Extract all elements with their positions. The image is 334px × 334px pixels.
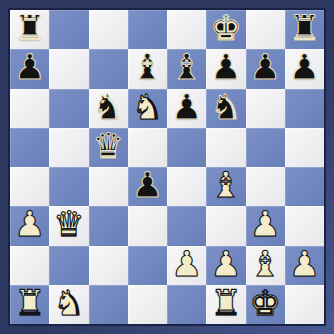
square-c7[interactable] xyxy=(89,49,128,88)
square-f1[interactable]: ♜ xyxy=(206,285,245,324)
white-pawn-piece[interactable]: ♟ xyxy=(14,207,45,242)
square-b5[interactable] xyxy=(49,128,88,167)
square-g4[interactable] xyxy=(246,167,285,206)
white-knight-piece[interactable]: ♞ xyxy=(53,286,84,321)
square-g7[interactable]: ♟ xyxy=(246,49,285,88)
white-bishop-piece[interactable]: ♝ xyxy=(210,168,241,203)
black-king-piece[interactable]: ♚ xyxy=(210,11,241,46)
black-pawn-piece[interactable]: ♟ xyxy=(210,50,241,85)
square-h7[interactable]: ♟ xyxy=(285,49,324,88)
square-a5[interactable] xyxy=(10,128,49,167)
square-b2[interactable] xyxy=(49,246,88,285)
square-e7[interactable]: ♝ xyxy=(167,49,206,88)
square-a3[interactable]: ♟ xyxy=(10,206,49,245)
black-pawn-piece[interactable]: ♟ xyxy=(289,50,320,85)
square-f8[interactable]: ♚ xyxy=(206,10,245,49)
square-g8[interactable] xyxy=(246,10,285,49)
square-c4[interactable] xyxy=(89,167,128,206)
square-e8[interactable] xyxy=(167,10,206,49)
white-knight-piece[interactable]: ♞ xyxy=(132,90,163,125)
square-a1[interactable]: ♜ xyxy=(10,285,49,324)
square-c8[interactable] xyxy=(89,10,128,49)
black-knight-piece[interactable]: ♞ xyxy=(210,90,241,125)
square-f7[interactable]: ♟ xyxy=(206,49,245,88)
black-knight-piece[interactable]: ♞ xyxy=(92,90,123,125)
black-pawn-piece[interactable]: ♟ xyxy=(249,50,280,85)
square-c6[interactable]: ♞ xyxy=(89,89,128,128)
square-f6[interactable]: ♞ xyxy=(206,89,245,128)
square-f3[interactable] xyxy=(206,206,245,245)
square-c3[interactable] xyxy=(89,206,128,245)
square-h1[interactable] xyxy=(285,285,324,324)
square-d3[interactable] xyxy=(128,206,167,245)
chess-board: ♜♚♜♟♝♝♟♟♟♞♞♟♞♛♟♝♟♛♟♟♟♝♟♜♞♜♚ xyxy=(10,10,324,324)
black-pawn-piece[interactable]: ♟ xyxy=(132,168,163,203)
square-g6[interactable] xyxy=(246,89,285,128)
square-a7[interactable]: ♟ xyxy=(10,49,49,88)
black-queen-piece[interactable]: ♛ xyxy=(92,129,123,164)
square-h5[interactable] xyxy=(285,128,324,167)
square-e5[interactable] xyxy=(167,128,206,167)
white-queen-piece[interactable]: ♛ xyxy=(53,207,84,242)
white-king-piece[interactable]: ♚ xyxy=(249,286,280,321)
square-e4[interactable] xyxy=(167,167,206,206)
square-d8[interactable] xyxy=(128,10,167,49)
square-d2[interactable] xyxy=(128,246,167,285)
square-c1[interactable] xyxy=(89,285,128,324)
square-c2[interactable] xyxy=(89,246,128,285)
square-f2[interactable]: ♟ xyxy=(206,246,245,285)
square-h2[interactable]: ♟ xyxy=(285,246,324,285)
square-b8[interactable] xyxy=(49,10,88,49)
square-h8[interactable]: ♜ xyxy=(285,10,324,49)
white-pawn-piece[interactable]: ♟ xyxy=(171,247,202,282)
square-d1[interactable] xyxy=(128,285,167,324)
square-a6[interactable] xyxy=(10,89,49,128)
square-b1[interactable]: ♞ xyxy=(49,285,88,324)
black-pawn-piece[interactable]: ♟ xyxy=(171,90,202,125)
white-pawn-piece[interactable]: ♟ xyxy=(289,247,320,282)
black-rook-piece[interactable]: ♜ xyxy=(289,11,320,46)
black-rook-piece[interactable]: ♜ xyxy=(14,11,45,46)
board-frame: ♜♚♜♟♝♝♟♟♟♞♞♟♞♛♟♝♟♛♟♟♟♝♟♜♞♜♚ xyxy=(0,0,334,334)
square-d6[interactable]: ♞ xyxy=(128,89,167,128)
white-pawn-piece[interactable]: ♟ xyxy=(249,207,280,242)
square-e2[interactable]: ♟ xyxy=(167,246,206,285)
square-g3[interactable]: ♟ xyxy=(246,206,285,245)
square-e3[interactable] xyxy=(167,206,206,245)
square-f5[interactable] xyxy=(206,128,245,167)
square-b3[interactable]: ♛ xyxy=(49,206,88,245)
square-c5[interactable]: ♛ xyxy=(89,128,128,167)
square-g1[interactable]: ♚ xyxy=(246,285,285,324)
square-b4[interactable] xyxy=(49,167,88,206)
square-b6[interactable] xyxy=(49,89,88,128)
white-bishop-piece[interactable]: ♝ xyxy=(249,247,280,282)
white-pawn-piece[interactable]: ♟ xyxy=(210,247,241,282)
square-f4[interactable]: ♝ xyxy=(206,167,245,206)
square-g5[interactable] xyxy=(246,128,285,167)
black-bishop-piece[interactable]: ♝ xyxy=(132,50,163,85)
square-a2[interactable] xyxy=(10,246,49,285)
white-rook-piece[interactable]: ♜ xyxy=(14,286,45,321)
square-b7[interactable] xyxy=(49,49,88,88)
square-d4[interactable]: ♟ xyxy=(128,167,167,206)
square-g2[interactable]: ♝ xyxy=(246,246,285,285)
square-d7[interactable]: ♝ xyxy=(128,49,167,88)
square-a4[interactable] xyxy=(10,167,49,206)
square-h4[interactable] xyxy=(285,167,324,206)
square-d5[interactable] xyxy=(128,128,167,167)
black-pawn-piece[interactable]: ♟ xyxy=(14,50,45,85)
square-a8[interactable]: ♜ xyxy=(10,10,49,49)
square-h6[interactable] xyxy=(285,89,324,128)
square-e1[interactable] xyxy=(167,285,206,324)
black-bishop-piece[interactable]: ♝ xyxy=(171,50,202,85)
white-rook-piece[interactable]: ♜ xyxy=(210,286,241,321)
square-e6[interactable]: ♟ xyxy=(167,89,206,128)
square-h3[interactable] xyxy=(285,206,324,245)
